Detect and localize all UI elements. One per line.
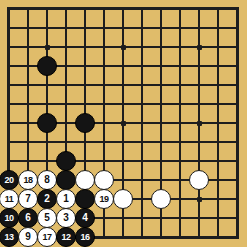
numbered-black-stone[interactable]: 10 [0, 208, 19, 228]
white-stone[interactable] [113, 189, 133, 209]
numbered-black-stone[interactable]: 2 [37, 189, 57, 209]
numbered-white-stone[interactable]: 3 [56, 208, 76, 228]
move-number-label: 17 [42, 233, 51, 242]
numbered-black-stone[interactable]: 16 [75, 227, 95, 247]
move-number-label: 2 [44, 194, 50, 204]
move-number-label: 7 [25, 194, 31, 204]
white-stone[interactable] [75, 170, 95, 190]
move-number-label: 9 [25, 232, 31, 242]
move-number-label: 11 [5, 195, 14, 204]
move-number-label: 19 [99, 195, 108, 204]
numbered-white-stone[interactable]: 8 [37, 170, 57, 190]
numbered-white-stone[interactable]: 17 [37, 227, 57, 247]
black-stone[interactable] [37, 113, 57, 133]
white-stone[interactable] [151, 189, 171, 209]
numbered-white-stone[interactable]: 11 [0, 189, 19, 209]
move-number-label: 12 [61, 233, 70, 242]
numbered-white-stone[interactable]: 9 [18, 227, 38, 247]
go-board[interactable]: 201881172119106534139171216 [0, 0, 247, 247]
black-stone[interactable] [37, 56, 57, 76]
move-number-label: 13 [4, 233, 13, 242]
move-number-label: 16 [80, 233, 89, 242]
move-number-label: 6 [25, 213, 31, 223]
numbered-black-stone[interactable]: 6 [18, 208, 38, 228]
move-number-label: 18 [23, 176, 32, 185]
move-number-label: 8 [44, 175, 50, 185]
numbered-white-stone[interactable]: 1 [56, 189, 76, 209]
black-stone[interactable] [56, 151, 76, 171]
move-number-label: 1 [63, 194, 69, 204]
numbered-black-stone[interactable]: 13 [0, 227, 19, 247]
move-number-label: 4 [82, 213, 88, 223]
numbered-white-stone[interactable]: 19 [94, 189, 114, 209]
move-number-label: 20 [4, 176, 13, 185]
numbered-black-stone[interactable]: 20 [0, 170, 19, 190]
move-number-label: 3 [63, 213, 69, 223]
black-stone[interactable] [75, 113, 95, 133]
numbered-black-stone[interactable]: 4 [75, 208, 95, 228]
numbered-white-stone[interactable]: 5 [37, 208, 57, 228]
white-stone[interactable] [189, 170, 209, 190]
black-stone[interactable] [56, 170, 76, 190]
white-stone[interactable] [94, 170, 114, 190]
numbered-white-stone[interactable]: 18 [18, 170, 38, 190]
move-number-label: 5 [44, 213, 50, 223]
numbered-black-stone[interactable]: 12 [56, 227, 76, 247]
move-number-label: 10 [4, 214, 13, 223]
numbered-white-stone[interactable]: 7 [18, 189, 38, 209]
black-stone[interactable] [75, 189, 95, 209]
